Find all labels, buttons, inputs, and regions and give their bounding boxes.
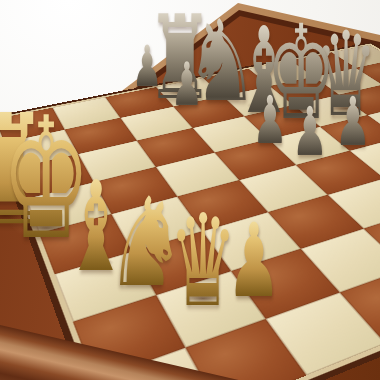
piece-black-pawn-h6[interactable]: ♟ — [335, 88, 371, 156]
pieces-layer: ♟♜♟♞♝♟♚♟♛♟♜♚♝♞♛♟ — [0, 0, 380, 380]
piece-black-pawn-g6[interactable]: ♟ — [292, 98, 328, 166]
piece-black-pawn-f6[interactable]: ♟ — [252, 88, 288, 154]
piece-black-pawn-d6[interactable]: ♟ — [171, 54, 203, 114]
piece-white-queen-e2[interactable]: ♛ — [169, 198, 238, 325]
chess-set-photo: ♟♜♟♞♝♟♚♟♛♟♜♚♝♞♛♟ — [0, 0, 380, 380]
